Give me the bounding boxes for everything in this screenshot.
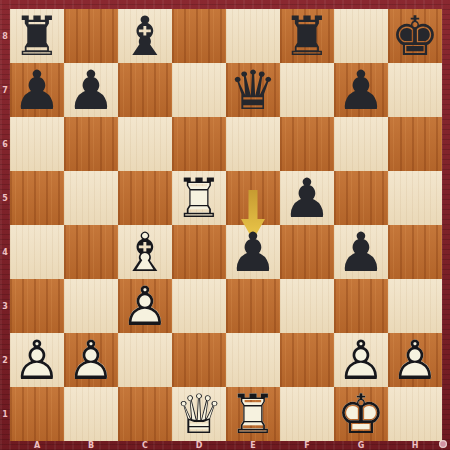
file-label-h: H [388,441,442,450]
piece-glyph: ♟ [334,225,388,279]
rank-label-4: 4 [0,225,10,279]
piece-glyph: ♟ [10,63,64,117]
piece-black-bishop-c8[interactable]: ♝ [118,9,172,63]
piece-black-pawn-e4[interactable]: ♟ [226,225,280,279]
piece-glyph-outline: ♕ [172,387,226,441]
piece-white-bishop-c4[interactable]: ♝♗ [118,225,172,279]
piece-black-pawn-a7[interactable]: ♟ [10,63,64,117]
piece-glyph-outline: ♙ [10,333,64,387]
piece-glyph: ♚ [388,9,442,63]
piece-glyph-outline: ♖ [226,387,280,441]
piece-black-pawn-b7[interactable]: ♟ [64,63,118,117]
piece-white-queen-d1[interactable]: ♛♕ [172,387,226,441]
piece-white-pawn-c3[interactable]: ♟♙ [118,279,172,333]
piece-black-king-h8[interactable]: ♚ [388,9,442,63]
piece-glyph-outline: ♙ [64,333,118,387]
rank-label-7: 7 [0,63,10,117]
side-to-move-indicator [439,440,447,448]
piece-glyph-outline: ♙ [388,333,442,387]
piece-black-queen-e7[interactable]: ♛ [226,63,280,117]
piece-glyph-outline: ♙ [334,333,388,387]
chess-board-frame: ♜♝♜♚♟♟♛♟♜♖♟♝♗♟♟♟♙♟♙♟♙♟♙♟♙♛♕♜♖♚♔ 87654321… [0,0,450,450]
rank-label-8: 8 [0,9,10,63]
piece-black-pawn-f5[interactable]: ♟ [280,171,334,225]
rank-label-5: 5 [0,171,10,225]
piece-black-rook-f8[interactable]: ♜ [280,9,334,63]
piece-glyph: ♟ [280,171,334,225]
file-label-c: C [118,441,172,450]
piece-glyph-outline: ♗ [118,225,172,279]
piece-white-pawn-a2[interactable]: ♟♙ [10,333,64,387]
file-label-g: G [334,441,388,450]
piece-glyph: ♜ [280,9,334,63]
rank-label-3: 3 [0,279,10,333]
piece-white-pawn-b2[interactable]: ♟♙ [64,333,118,387]
piece-white-pawn-g2[interactable]: ♟♙ [334,333,388,387]
file-label-d: D [172,441,226,450]
piece-glyph-outline: ♔ [334,387,388,441]
piece-black-rook-a8[interactable]: ♜ [10,9,64,63]
piece-glyph: ♟ [334,63,388,117]
file-label-f: F [280,441,334,450]
rank-label-6: 6 [0,117,10,171]
pieces-layer: ♜♝♜♚♟♟♛♟♜♖♟♝♗♟♟♟♙♟♙♟♙♟♙♟♙♛♕♜♖♚♔ [10,9,442,441]
piece-white-rook-e1[interactable]: ♜♖ [226,387,280,441]
piece-white-pawn-h2[interactable]: ♟♙ [388,333,442,387]
rank-label-1: 1 [0,387,10,441]
piece-glyph-outline: ♙ [118,279,172,333]
file-label-b: B [64,441,118,450]
file-label-e: E [226,441,280,450]
file-label-a: A [10,441,64,450]
piece-glyph: ♟ [64,63,118,117]
piece-white-king-g1[interactable]: ♚♔ [334,387,388,441]
piece-glyph: ♝ [118,9,172,63]
rank-label-2: 2 [0,333,10,387]
chess-board: ♜♝♜♚♟♟♛♟♜♖♟♝♗♟♟♟♙♟♙♟♙♟♙♟♙♛♕♜♖♚♔ [10,9,442,441]
piece-white-rook-d5[interactable]: ♜♖ [172,171,226,225]
piece-glyph: ♜ [10,9,64,63]
piece-glyph: ♟ [226,225,280,279]
piece-glyph: ♛ [226,63,280,117]
piece-black-pawn-g7[interactable]: ♟ [334,63,388,117]
piece-glyph-outline: ♖ [172,171,226,225]
piece-black-pawn-g4[interactable]: ♟ [334,225,388,279]
